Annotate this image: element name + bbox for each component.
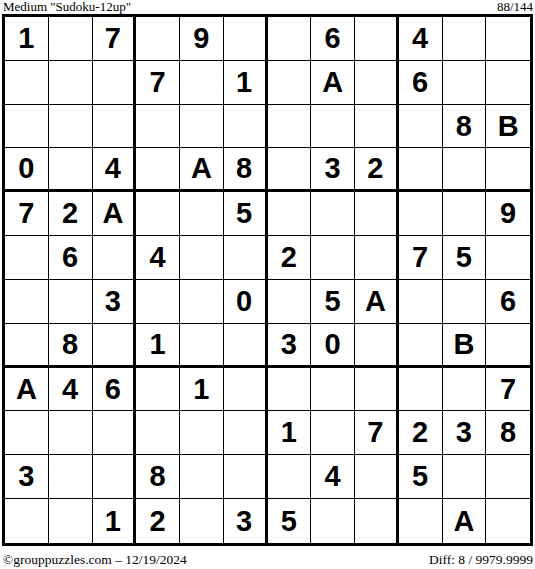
cell-r4c2-empty[interactable] xyxy=(49,148,93,192)
cell-r12c6-given-3: 3 xyxy=(224,499,268,543)
cell-r10c8-empty[interactable] xyxy=(311,411,355,455)
cell-r4c9-given-2: 2 xyxy=(355,148,399,192)
cell-r1c2-empty[interactable] xyxy=(49,17,93,61)
cell-r8c8-given-0: 0 xyxy=(311,324,355,368)
cell-r3c1-empty[interactable] xyxy=(5,105,49,149)
cell-r5c7-empty[interactable] xyxy=(268,192,312,236)
cell-r6c3-empty[interactable] xyxy=(93,236,137,280)
cell-r3c11-given-8: 8 xyxy=(443,105,487,149)
cell-r9c5-given-1: 1 xyxy=(180,368,224,412)
cell-r12c5-empty[interactable] xyxy=(180,499,224,543)
cell-r8c9-empty[interactable] xyxy=(355,324,399,368)
cell-r1c12-empty[interactable] xyxy=(486,17,530,61)
cell-r5c8-empty[interactable] xyxy=(311,192,355,236)
cell-r7c7-empty[interactable] xyxy=(268,280,312,324)
cell-r9c3-given-6: 6 xyxy=(93,368,137,412)
cell-r6c5-empty[interactable] xyxy=(180,236,224,280)
cell-r11c6-empty[interactable] xyxy=(224,455,268,499)
cell-r2c3-empty[interactable] xyxy=(93,61,137,105)
cell-r10c1-empty[interactable] xyxy=(5,411,49,455)
cell-r2c10-given-6: 6 xyxy=(399,61,443,105)
cell-r8c12-empty[interactable] xyxy=(486,324,530,368)
cell-r2c4-given-7: 7 xyxy=(136,61,180,105)
cell-r11c2-empty[interactable] xyxy=(49,455,93,499)
cell-r2c1-empty[interactable] xyxy=(5,61,49,105)
cell-r9c11-empty[interactable] xyxy=(443,368,487,412)
cell-r7c3-given-3: 3 xyxy=(93,280,137,324)
cell-r7c8-given-5: 5 xyxy=(311,280,355,324)
cell-r2c5-empty[interactable] xyxy=(180,61,224,105)
cell-r9c2-given-4: 4 xyxy=(49,368,93,412)
cell-r3c7-empty[interactable] xyxy=(268,105,312,149)
cell-r1c5-given-9: 9 xyxy=(180,17,224,61)
cell-r6c4-given-4: 4 xyxy=(136,236,180,280)
cell-r7c1-empty[interactable] xyxy=(5,280,49,324)
cell-r3c10-empty[interactable] xyxy=(399,105,443,149)
cell-r1c10-given-4: 4 xyxy=(399,17,443,61)
cell-r2c9-empty[interactable] xyxy=(355,61,399,105)
cell-r12c12-empty[interactable] xyxy=(486,499,530,543)
cell-r7c2-empty[interactable] xyxy=(49,280,93,324)
cell-r2c6-given-1: 1 xyxy=(224,61,268,105)
cell-r9c7-empty[interactable] xyxy=(268,368,312,412)
cell-r6c1-empty[interactable] xyxy=(5,236,49,280)
cell-r2c12-empty[interactable] xyxy=(486,61,530,105)
cell-r11c8-given-4: 4 xyxy=(311,455,355,499)
cell-r1c4-empty[interactable] xyxy=(136,17,180,61)
sudoku-board: 1796471A68B04A83272A5964275305A68130BA46… xyxy=(2,14,533,546)
cell-r7c11-empty[interactable] xyxy=(443,280,487,324)
cell-r1c3-given-7: 7 xyxy=(93,17,137,61)
cell-r4c6-given-8: 8 xyxy=(224,148,268,192)
cell-r11c3-empty[interactable] xyxy=(93,455,137,499)
cell-r11c5-empty[interactable] xyxy=(180,455,224,499)
cell-r3c5-empty[interactable] xyxy=(180,105,224,149)
cell-r4c3-given-4: 4 xyxy=(93,148,137,192)
cell-r3c12-given-B: B xyxy=(486,105,530,149)
cell-r10c4-empty[interactable] xyxy=(136,411,180,455)
cell-r6c11-given-5: 5 xyxy=(443,236,487,280)
cell-r8c2-given-8: 8 xyxy=(49,324,93,368)
cell-r11c7-empty[interactable] xyxy=(268,455,312,499)
cell-r12c7-given-5: 5 xyxy=(268,499,312,543)
cell-r2c11-empty[interactable] xyxy=(443,61,487,105)
cell-r6c6-empty[interactable] xyxy=(224,236,268,280)
cell-r4c8-given-3: 3 xyxy=(311,148,355,192)
cell-r12c10-empty[interactable] xyxy=(399,499,443,543)
cell-r9c8-empty[interactable] xyxy=(311,368,355,412)
cell-r8c4-given-1: 1 xyxy=(136,324,180,368)
cell-r7c12-given-6: 6 xyxy=(486,280,530,324)
cell-r11c12-empty[interactable] xyxy=(486,455,530,499)
cell-r11c9-empty[interactable] xyxy=(355,455,399,499)
cell-r3c9-empty[interactable] xyxy=(355,105,399,149)
cell-r6c8-empty[interactable] xyxy=(311,236,355,280)
cell-r11c4-given-8: 8 xyxy=(136,455,180,499)
cell-r2c2-empty[interactable] xyxy=(49,61,93,105)
cell-r9c12-given-7: 7 xyxy=(486,368,530,412)
puzzle-title: Medium "Sudoku-12up" xyxy=(3,0,131,13)
cell-r1c1-given-1: 1 xyxy=(5,17,49,61)
cell-r5c6-given-5: 5 xyxy=(224,192,268,236)
cell-r9c10-empty[interactable] xyxy=(399,368,443,412)
cell-r5c5-empty[interactable] xyxy=(180,192,224,236)
cell-r7c5-empty[interactable] xyxy=(180,280,224,324)
cell-r7c4-empty[interactable] xyxy=(136,280,180,324)
cell-r4c12-empty[interactable] xyxy=(486,148,530,192)
cell-r4c5-given-A: A xyxy=(180,148,224,192)
cell-r4c11-empty[interactable] xyxy=(443,148,487,192)
cell-r4c10-empty[interactable] xyxy=(399,148,443,192)
cell-r11c1-given-3: 3 xyxy=(5,455,49,499)
cell-r2c8-given-A: A xyxy=(311,61,355,105)
cell-r5c9-empty[interactable] xyxy=(355,192,399,236)
cell-r4c7-empty[interactable] xyxy=(268,148,312,192)
difficulty-text: Diff: 8 / 9979.9999 xyxy=(429,552,533,567)
cell-r8c5-empty[interactable] xyxy=(180,324,224,368)
cell-r12c2-empty[interactable] xyxy=(49,499,93,543)
cell-r10c3-empty[interactable] xyxy=(93,411,137,455)
cell-r9c9-empty[interactable] xyxy=(355,368,399,412)
cell-r4c4-empty[interactable] xyxy=(136,148,180,192)
cell-r8c1-empty[interactable] xyxy=(5,324,49,368)
cell-r9c1-given-A: A xyxy=(5,368,49,412)
cell-r6c10-given-7: 7 xyxy=(399,236,443,280)
cell-r4c1-given-0: 0 xyxy=(5,148,49,192)
cell-r10c9-given-7: 7 xyxy=(355,411,399,455)
cell-r7c9-given-A: A xyxy=(355,280,399,324)
cell-r3c6-empty[interactable] xyxy=(224,105,268,149)
cell-r3c4-empty[interactable] xyxy=(136,105,180,149)
cell-r8c11-given-B: B xyxy=(443,324,487,368)
cell-r6c12-empty[interactable] xyxy=(486,236,530,280)
cell-r10c12-given-8: 8 xyxy=(486,411,530,455)
cell-r12c9-empty[interactable] xyxy=(355,499,399,543)
cell-r10c10-given-2: 2 xyxy=(399,411,443,455)
cell-r3c2-empty[interactable] xyxy=(49,105,93,149)
cell-r7c6-given-0: 0 xyxy=(224,280,268,324)
puzzle-counter: 88/144 xyxy=(497,0,533,13)
cell-r6c2-given-6: 6 xyxy=(49,236,93,280)
cell-r1c9-empty[interactable] xyxy=(355,17,399,61)
cell-r5c10-empty[interactable] xyxy=(399,192,443,236)
cell-r10c7-given-1: 1 xyxy=(268,411,312,455)
cell-r9c6-empty[interactable] xyxy=(224,368,268,412)
cell-r5c11-empty[interactable] xyxy=(443,192,487,236)
cell-r1c8-given-6: 6 xyxy=(311,17,355,61)
cell-r11c10-given-5: 5 xyxy=(399,455,443,499)
cell-r10c11-given-3: 3 xyxy=(443,411,487,455)
footer: ©grouppuzzles.com – 12/19/2024 Diff: 8 /… xyxy=(3,551,533,567)
cell-r12c11-given-A: A xyxy=(443,499,487,543)
copyright-text: ©grouppuzzles.com – 12/19/2024 xyxy=(3,552,187,567)
cell-r6c7-given-2: 2 xyxy=(268,236,312,280)
puzzle-page: Medium "Sudoku-12up" 88/144 1796471A68B0… xyxy=(0,0,535,569)
cell-r12c3-given-1: 1 xyxy=(93,499,137,543)
cell-r1c11-empty[interactable] xyxy=(443,17,487,61)
cell-r7c10-empty[interactable] xyxy=(399,280,443,324)
cell-r5c2-given-2: 2 xyxy=(49,192,93,236)
cell-r12c1-empty[interactable] xyxy=(5,499,49,543)
cell-r11c11-empty[interactable] xyxy=(443,455,487,499)
cell-r9c4-empty[interactable] xyxy=(136,368,180,412)
cell-r8c3-empty[interactable] xyxy=(93,324,137,368)
cell-r10c2-empty[interactable] xyxy=(49,411,93,455)
cell-r5c4-empty[interactable] xyxy=(136,192,180,236)
cell-r8c7-given-3: 3 xyxy=(268,324,312,368)
cell-r5c3-given-A: A xyxy=(93,192,137,236)
cell-r12c8-empty[interactable] xyxy=(311,499,355,543)
cell-r1c7-empty[interactable] xyxy=(268,17,312,61)
cell-r3c8-empty[interactable] xyxy=(311,105,355,149)
cell-r2c7-empty[interactable] xyxy=(268,61,312,105)
cell-r8c6-empty[interactable] xyxy=(224,324,268,368)
cell-r3c3-empty[interactable] xyxy=(93,105,137,149)
cell-r10c6-empty[interactable] xyxy=(224,411,268,455)
cell-r1c6-empty[interactable] xyxy=(224,17,268,61)
cell-r6c9-empty[interactable] xyxy=(355,236,399,280)
cell-r10c5-empty[interactable] xyxy=(180,411,224,455)
cell-r8c10-empty[interactable] xyxy=(399,324,443,368)
cell-r12c4-given-2: 2 xyxy=(136,499,180,543)
header: Medium "Sudoku-12up" 88/144 xyxy=(3,0,533,14)
cell-r5c1-given-7: 7 xyxy=(5,192,49,236)
cell-r5c12-given-9: 9 xyxy=(486,192,530,236)
